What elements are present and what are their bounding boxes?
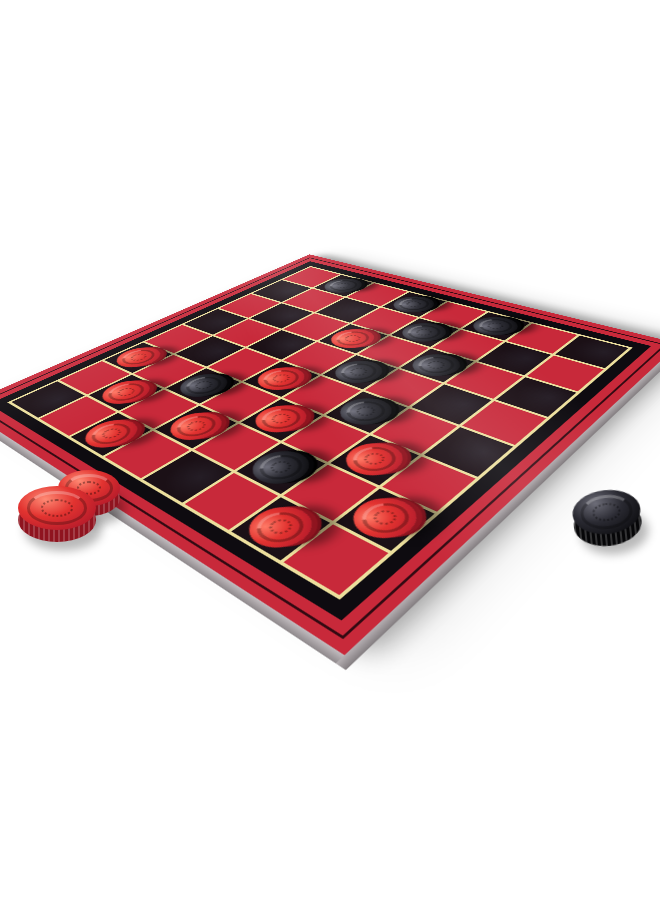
off-board-black-checker[interactable] <box>570 487 643 548</box>
off-board-red-checker-front[interactable] <box>18 486 96 540</box>
checker-top-face <box>18 486 96 530</box>
scene <box>0 0 660 904</box>
checkers-board <box>0 254 660 655</box>
